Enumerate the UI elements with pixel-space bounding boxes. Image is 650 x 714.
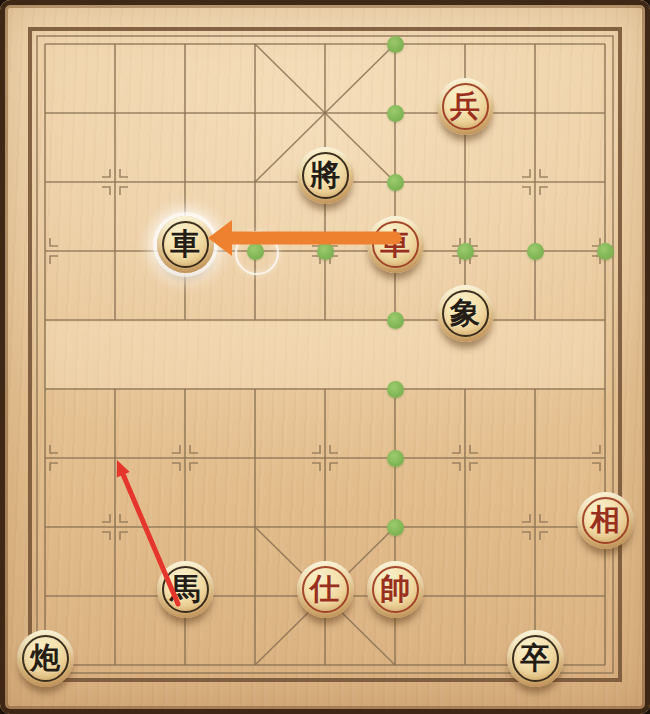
piece-red-chariot[interactable]: 車 — [367, 216, 424, 273]
piece-character: 車 — [157, 216, 214, 273]
piece-red-advisor[interactable]: 仕 — [297, 561, 354, 618]
piece-character: 將 — [297, 147, 354, 204]
piece-black-soldier[interactable]: 卒 — [507, 630, 564, 687]
piece-black-horse[interactable]: 馬 — [157, 561, 214, 618]
piece-black-general[interactable]: 將 — [297, 147, 354, 204]
piece-character: 相 — [577, 492, 634, 549]
piece-black-cannon[interactable]: 炮 — [17, 630, 74, 687]
piece-character: 象 — [437, 285, 494, 342]
piece-red-soldier[interactable]: 兵 — [437, 78, 494, 135]
piece-character: 炮 — [17, 630, 74, 687]
piece-character: 卒 — [507, 630, 564, 687]
piece-character: 兵 — [437, 78, 494, 135]
xiangqi-board: 將車象馬炮卒兵車相仕帥 — [0, 0, 650, 714]
piece-character: 馬 — [157, 561, 214, 618]
piece-red-general[interactable]: 帥 — [367, 561, 424, 618]
piece-character: 仕 — [297, 561, 354, 618]
piece-red-elephant[interactable]: 相 — [577, 492, 634, 549]
piece-character: 車 — [367, 216, 424, 273]
piece-character: 帥 — [367, 561, 424, 618]
piece-black-chariot[interactable]: 車 — [157, 216, 214, 273]
piece-black-elephant[interactable]: 象 — [437, 285, 494, 342]
pieces-layer: 將車象馬炮卒兵車相仕帥 — [0, 0, 650, 714]
